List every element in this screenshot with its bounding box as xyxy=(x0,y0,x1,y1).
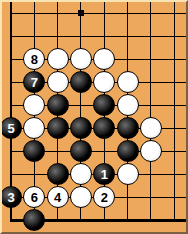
stone-white xyxy=(23,94,45,116)
stone-white xyxy=(117,94,139,116)
stone-white-6: 6 xyxy=(23,186,45,208)
move-number-label: 7 xyxy=(31,76,38,89)
stone-black xyxy=(47,117,69,139)
stone-black xyxy=(117,140,139,162)
stone-black xyxy=(47,94,69,116)
stone-white-2: 2 xyxy=(93,186,115,208)
stone-white xyxy=(70,48,92,70)
stone-white xyxy=(70,186,92,208)
stone-black-5: 5 xyxy=(0,117,22,139)
stone-black xyxy=(117,117,139,139)
stone-black xyxy=(70,140,92,162)
move-number-label: 1 xyxy=(101,168,108,181)
stone-white xyxy=(23,117,45,139)
stone-white-4: 4 xyxy=(47,186,69,208)
stone-black xyxy=(93,117,115,139)
stone-white xyxy=(47,71,69,93)
move-number-label: 3 xyxy=(7,191,14,204)
stone-black xyxy=(23,140,45,162)
grid-line-horizontal xyxy=(10,36,186,37)
stone-white xyxy=(93,71,115,93)
stone-white xyxy=(93,48,115,70)
move-number-label: 6 xyxy=(31,191,38,204)
stone-black xyxy=(93,94,115,116)
move-number-label: 5 xyxy=(7,122,14,135)
move-number-label: 4 xyxy=(54,191,61,204)
go-diagram: 87513642 xyxy=(0,0,188,234)
stone-black xyxy=(70,117,92,139)
grid-line-horizontal xyxy=(10,13,186,14)
stone-black xyxy=(70,71,92,93)
stone-black-1: 1 xyxy=(93,163,115,185)
stone-white xyxy=(47,48,69,70)
move-number-label: 2 xyxy=(101,191,108,204)
go-board: 87513642 xyxy=(2,2,186,232)
stone-white xyxy=(117,71,139,93)
stone-white xyxy=(117,163,139,185)
stone-white xyxy=(140,117,162,139)
move-number-label: 8 xyxy=(31,53,38,66)
stone-white xyxy=(70,163,92,185)
stone-black-7: 7 xyxy=(23,71,45,93)
star-point xyxy=(78,10,84,16)
stone-white-8: 8 xyxy=(23,48,45,70)
stone-black xyxy=(23,209,45,231)
stone-black-3: 3 xyxy=(0,186,22,208)
stone-black xyxy=(47,163,69,185)
stone-white xyxy=(140,140,162,162)
